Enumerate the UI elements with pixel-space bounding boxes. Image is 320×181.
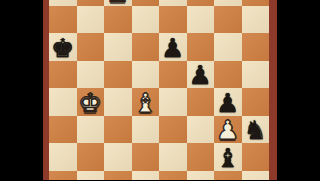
square-h3[interactable]: ♞ — [242, 116, 270, 144]
square-e7[interactable] — [159, 6, 187, 34]
square-f2[interactable] — [187, 143, 215, 171]
square-d1[interactable] — [132, 171, 160, 181]
square-c4[interactable] — [104, 88, 132, 116]
square-h7[interactable] — [242, 6, 270, 34]
square-a6[interactable]: ♚ — [49, 33, 77, 61]
white-rook: ♜ — [106, 0, 129, 6]
square-g6[interactable] — [214, 33, 242, 61]
square-d4[interactable]: ♝ — [132, 88, 160, 116]
square-e3[interactable] — [159, 116, 187, 144]
square-e1[interactable] — [159, 171, 187, 181]
square-h6[interactable] — [242, 33, 270, 61]
white-king: ♚ — [79, 90, 102, 116]
square-h2[interactable] — [242, 143, 270, 171]
square-g2[interactable]: ♝ — [214, 143, 242, 171]
square-c8[interactable]: ♜ — [104, 0, 132, 6]
square-e5[interactable] — [159, 61, 187, 89]
square-d6[interactable] — [132, 33, 160, 61]
square-f6[interactable] — [187, 33, 215, 61]
square-a3[interactable] — [49, 116, 77, 144]
black-pawn: ♟ — [161, 35, 184, 61]
square-c1[interactable] — [104, 171, 132, 181]
square-g5[interactable] — [214, 61, 242, 89]
square-d5[interactable] — [132, 61, 160, 89]
square-e6[interactable]: ♟ — [159, 33, 187, 61]
chess-board: ♜♚♟♟♚♝♟♟♞♝ — [49, 0, 269, 180]
square-c3[interactable] — [104, 116, 132, 144]
square-c6[interactable] — [104, 33, 132, 61]
square-f1[interactable] — [187, 171, 215, 181]
square-h4[interactable] — [242, 88, 270, 116]
white-pawn: ♟ — [216, 117, 239, 143]
square-b7[interactable] — [77, 6, 105, 34]
black-pawn: ♟ — [189, 62, 212, 88]
square-b5[interactable] — [77, 61, 105, 89]
square-b4[interactable]: ♚ — [77, 88, 105, 116]
square-h5[interactable] — [242, 61, 270, 89]
square-a4[interactable] — [49, 88, 77, 116]
square-b2[interactable] — [77, 143, 105, 171]
square-a2[interactable] — [49, 143, 77, 171]
chess-board-frame: ♜♚♟♟♚♝♟♟♞♝ — [43, 0, 277, 180]
square-b6[interactable] — [77, 33, 105, 61]
left-letterbox-bar — [0, 0, 43, 180]
black-bishop: ♝ — [216, 145, 239, 171]
square-c7[interactable] — [104, 6, 132, 34]
square-b3[interactable] — [77, 116, 105, 144]
square-a1[interactable] — [49, 171, 77, 181]
video-frame: ♜♚♟♟♚♝♟♟♞♝ — [0, 0, 320, 180]
square-g7[interactable] — [214, 6, 242, 34]
white-bishop: ♝ — [134, 90, 157, 116]
square-g3[interactable]: ♟ — [214, 116, 242, 144]
square-c5[interactable] — [104, 61, 132, 89]
black-knight: ♞ — [244, 117, 267, 143]
square-f3[interactable] — [187, 116, 215, 144]
square-f4[interactable] — [187, 88, 215, 116]
square-g4[interactable]: ♟ — [214, 88, 242, 116]
square-d3[interactable] — [132, 116, 160, 144]
square-e2[interactable] — [159, 143, 187, 171]
square-b1[interactable] — [77, 171, 105, 181]
square-d2[interactable] — [132, 143, 160, 171]
right-letterbox-bar — [277, 0, 320, 180]
square-f7[interactable] — [187, 6, 215, 34]
black-king: ♚ — [51, 35, 74, 61]
square-h1[interactable] — [242, 171, 270, 181]
black-pawn: ♟ — [216, 90, 239, 116]
square-a5[interactable] — [49, 61, 77, 89]
square-a7[interactable] — [49, 6, 77, 34]
square-f5[interactable]: ♟ — [187, 61, 215, 89]
square-d7[interactable] — [132, 6, 160, 34]
square-c2[interactable] — [104, 143, 132, 171]
square-e4[interactable] — [159, 88, 187, 116]
